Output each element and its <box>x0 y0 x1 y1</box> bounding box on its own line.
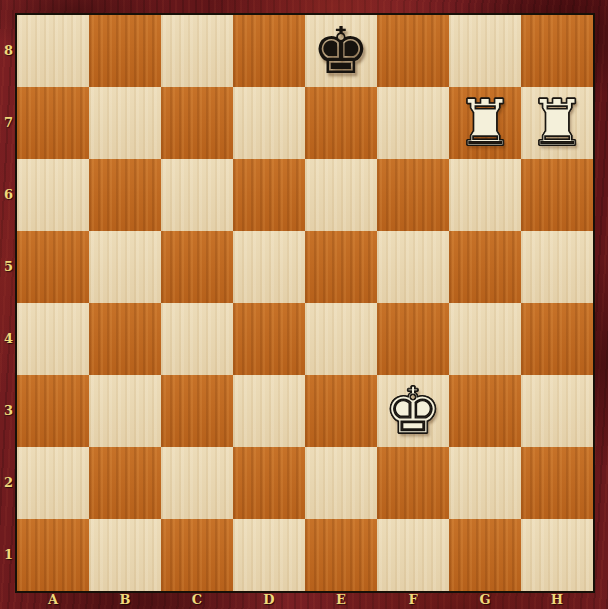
square-g4[interactable] <box>449 303 521 375</box>
square-a1[interactable] <box>17 519 89 591</box>
square-e6[interactable] <box>305 159 377 231</box>
rank-label-4: 4 <box>0 303 17 375</box>
rank-label-3: 3 <box>0 375 17 447</box>
white-rook[interactable]: ♜ <box>449 87 521 159</box>
square-a6[interactable] <box>17 159 89 231</box>
square-a4[interactable] <box>17 303 89 375</box>
file-label-d: D <box>233 591 305 609</box>
square-c5[interactable] <box>161 231 233 303</box>
square-d5[interactable] <box>233 231 305 303</box>
square-c7[interactable] <box>161 87 233 159</box>
square-g1[interactable] <box>449 519 521 591</box>
rank-label-1: 1 <box>0 519 17 591</box>
file-label-a: A <box>17 591 89 609</box>
square-g3[interactable] <box>449 375 521 447</box>
square-f1[interactable] <box>377 519 449 591</box>
square-d3[interactable] <box>233 375 305 447</box>
file-label-g: G <box>449 591 521 609</box>
chess-board: ♚♜♜♚ <box>17 15 593 591</box>
square-a2[interactable] <box>17 447 89 519</box>
square-b6[interactable] <box>89 159 161 231</box>
square-d6[interactable] <box>233 159 305 231</box>
square-h6[interactable] <box>521 159 593 231</box>
file-label-e: E <box>305 591 377 609</box>
square-h5[interactable] <box>521 231 593 303</box>
square-e3[interactable] <box>305 375 377 447</box>
square-f6[interactable] <box>377 159 449 231</box>
square-h7[interactable]: ♜ <box>521 87 593 159</box>
square-e2[interactable] <box>305 447 377 519</box>
square-a5[interactable] <box>17 231 89 303</box>
square-f3[interactable]: ♚ <box>377 375 449 447</box>
square-b2[interactable] <box>89 447 161 519</box>
square-f2[interactable] <box>377 447 449 519</box>
square-h8[interactable] <box>521 15 593 87</box>
square-c4[interactable] <box>161 303 233 375</box>
square-f7[interactable] <box>377 87 449 159</box>
square-g8[interactable] <box>449 15 521 87</box>
square-b3[interactable] <box>89 375 161 447</box>
board-frame: ♚♜♜♚ 87654321 ABCDEFGH <box>0 0 608 609</box>
square-f8[interactable] <box>377 15 449 87</box>
file-label-f: F <box>377 591 449 609</box>
file-label-c: C <box>161 591 233 609</box>
file-label-b: B <box>89 591 161 609</box>
square-c8[interactable] <box>161 15 233 87</box>
square-e5[interactable] <box>305 231 377 303</box>
square-d2[interactable] <box>233 447 305 519</box>
square-d1[interactable] <box>233 519 305 591</box>
square-a7[interactable] <box>17 87 89 159</box>
white-king[interactable]: ♚ <box>377 375 449 447</box>
square-b7[interactable] <box>89 87 161 159</box>
square-g7[interactable]: ♜ <box>449 87 521 159</box>
square-h2[interactable] <box>521 447 593 519</box>
file-label-h: H <box>521 591 593 609</box>
square-h4[interactable] <box>521 303 593 375</box>
square-h3[interactable] <box>521 375 593 447</box>
square-e1[interactable] <box>305 519 377 591</box>
black-king[interactable]: ♚ <box>305 15 377 87</box>
square-a8[interactable] <box>17 15 89 87</box>
rank-label-5: 5 <box>0 231 17 303</box>
rank-label-2: 2 <box>0 447 17 519</box>
square-e4[interactable] <box>305 303 377 375</box>
rank-label-7: 7 <box>0 87 17 159</box>
rank-label-6: 6 <box>0 159 17 231</box>
square-a3[interactable] <box>17 375 89 447</box>
square-c3[interactable] <box>161 375 233 447</box>
square-c2[interactable] <box>161 447 233 519</box>
square-d7[interactable] <box>233 87 305 159</box>
square-e8[interactable]: ♚ <box>305 15 377 87</box>
square-f4[interactable] <box>377 303 449 375</box>
square-c1[interactable] <box>161 519 233 591</box>
square-d8[interactable] <box>233 15 305 87</box>
square-b8[interactable] <box>89 15 161 87</box>
square-b5[interactable] <box>89 231 161 303</box>
square-b4[interactable] <box>89 303 161 375</box>
rank-label-8: 8 <box>0 15 17 87</box>
square-h1[interactable] <box>521 519 593 591</box>
square-g6[interactable] <box>449 159 521 231</box>
square-f5[interactable] <box>377 231 449 303</box>
white-rook[interactable]: ♜ <box>521 87 593 159</box>
square-g2[interactable] <box>449 447 521 519</box>
square-e7[interactable] <box>305 87 377 159</box>
square-g5[interactable] <box>449 231 521 303</box>
square-d4[interactable] <box>233 303 305 375</box>
square-b1[interactable] <box>89 519 161 591</box>
square-c6[interactable] <box>161 159 233 231</box>
